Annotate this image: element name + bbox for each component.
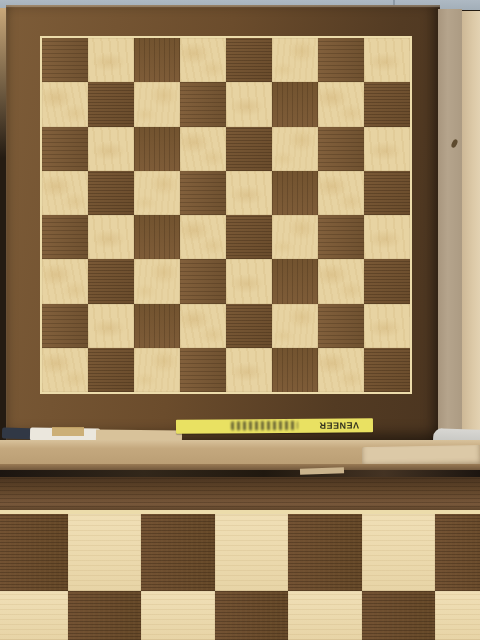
square-top-r6c5 xyxy=(272,304,318,348)
chessboard-top xyxy=(6,5,440,442)
square-top-r6c3 xyxy=(180,304,226,348)
square-bottom-r1c1 xyxy=(68,591,142,640)
square-top-r6c1 xyxy=(88,304,134,348)
sticker-text: VENEER xyxy=(319,419,359,431)
box-edge-inner xyxy=(462,11,480,450)
square-top-r1c5 xyxy=(272,82,318,126)
square-top-r5c5 xyxy=(272,259,318,303)
square-top-r5c0 xyxy=(42,259,88,303)
square-top-r5c7 xyxy=(364,259,410,303)
square-top-r4c4 xyxy=(226,215,272,259)
square-top-r7c0 xyxy=(42,348,88,392)
square-top-r1c7 xyxy=(364,82,410,126)
square-top-r2c3 xyxy=(180,127,226,171)
square-top-r5c6 xyxy=(318,259,364,303)
square-top-r0c1 xyxy=(88,38,134,82)
square-top-r2c4 xyxy=(226,127,272,171)
square-top-r6c7 xyxy=(364,304,410,348)
square-bottom-r1c3 xyxy=(215,591,289,640)
square-top-r0c4 xyxy=(226,38,272,82)
square-top-r7c5 xyxy=(272,348,318,392)
square-top-r6c0 xyxy=(42,304,88,348)
square-top-r2c0 xyxy=(42,127,88,171)
square-top-r0c2 xyxy=(134,38,180,82)
square-bottom-r1c6 xyxy=(435,591,480,640)
square-top-r7c4 xyxy=(226,348,272,392)
square-top-r2c5 xyxy=(272,127,318,171)
square-top-r6c4 xyxy=(226,304,272,348)
chessboard-bottom-frame-rail xyxy=(0,477,480,511)
square-top-r3c6 xyxy=(318,171,364,215)
square-top-r4c2 xyxy=(134,215,180,259)
veneer-sticker: VENEER xyxy=(176,418,373,434)
square-top-r2c7 xyxy=(364,127,410,171)
square-bottom-r1c0 xyxy=(0,591,68,640)
square-top-r3c1 xyxy=(88,171,134,215)
sticker-illegible-text xyxy=(231,421,298,431)
square-top-r6c2 xyxy=(134,304,180,348)
square-bottom-r1c5 xyxy=(362,591,436,640)
square-bottom-r0c3 xyxy=(215,514,289,591)
square-top-r2c6 xyxy=(318,127,364,171)
square-bottom-r1c2 xyxy=(141,591,215,640)
square-top-r5c4 xyxy=(226,259,272,303)
square-top-r0c0 xyxy=(42,38,88,82)
box-edge-outer xyxy=(438,9,462,446)
chessboard-top-field xyxy=(40,36,412,394)
square-bottom-r0c6 xyxy=(435,514,480,591)
square-top-r0c7 xyxy=(364,38,410,82)
square-top-r2c2 xyxy=(134,127,180,171)
square-top-r3c3 xyxy=(180,171,226,215)
square-top-r5c3 xyxy=(180,259,226,303)
square-top-r1c2 xyxy=(134,82,180,126)
photo-scene: VENEER xyxy=(0,0,480,640)
square-top-r3c7 xyxy=(364,171,410,215)
square-top-r3c0 xyxy=(42,171,88,215)
square-bottom-r0c0 xyxy=(0,514,68,591)
square-bottom-r0c2 xyxy=(141,514,215,591)
square-top-r4c6 xyxy=(318,215,364,259)
chessboard-bottom-field xyxy=(0,514,480,640)
square-top-r1c0 xyxy=(42,82,88,126)
square-top-r1c4 xyxy=(226,82,272,126)
square-top-r5c1 xyxy=(88,259,134,303)
square-top-r1c6 xyxy=(318,82,364,126)
square-top-r5c2 xyxy=(134,259,180,303)
square-top-r7c2 xyxy=(134,348,180,392)
square-bottom-r0c4 xyxy=(288,514,362,591)
square-top-r4c1 xyxy=(88,215,134,259)
frame-top-highlight xyxy=(6,5,440,7)
square-bottom-r0c5 xyxy=(362,514,436,591)
square-top-r4c0 xyxy=(42,215,88,259)
square-top-r3c4 xyxy=(226,171,272,215)
square-top-r2c1 xyxy=(88,127,134,171)
square-top-r1c1 xyxy=(88,82,134,126)
square-top-r4c3 xyxy=(180,215,226,259)
square-top-r0c3 xyxy=(180,38,226,82)
square-top-r3c5 xyxy=(272,171,318,215)
square-top-r4c7 xyxy=(364,215,410,259)
square-top-r1c3 xyxy=(180,82,226,126)
square-top-r6c6 xyxy=(318,304,364,348)
square-top-r0c6 xyxy=(318,38,364,82)
square-top-r3c2 xyxy=(134,171,180,215)
square-bottom-r0c1 xyxy=(68,514,142,591)
square-top-r7c3 xyxy=(180,348,226,392)
square-top-r7c7 xyxy=(364,348,410,392)
square-top-r7c1 xyxy=(88,348,134,392)
square-top-r4c5 xyxy=(272,215,318,259)
square-top-r0c5 xyxy=(272,38,318,82)
tape-fragment xyxy=(52,427,84,436)
square-top-r7c6 xyxy=(318,348,364,392)
square-bottom-r1c4 xyxy=(288,591,362,640)
